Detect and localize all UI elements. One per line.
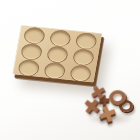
tictactoe-board bbox=[13, 25, 103, 83]
photo-scene: ✖✖✖✖ bbox=[0, 0, 140, 140]
cell-recess bbox=[69, 64, 92, 82]
board-cell-r3c1[interactable] bbox=[14, 58, 43, 77]
cell-recess bbox=[17, 59, 40, 77]
board-cell-r3c2[interactable] bbox=[40, 61, 69, 80]
cell-recess bbox=[43, 62, 66, 80]
board-cell-r3c3[interactable] bbox=[66, 64, 95, 83]
